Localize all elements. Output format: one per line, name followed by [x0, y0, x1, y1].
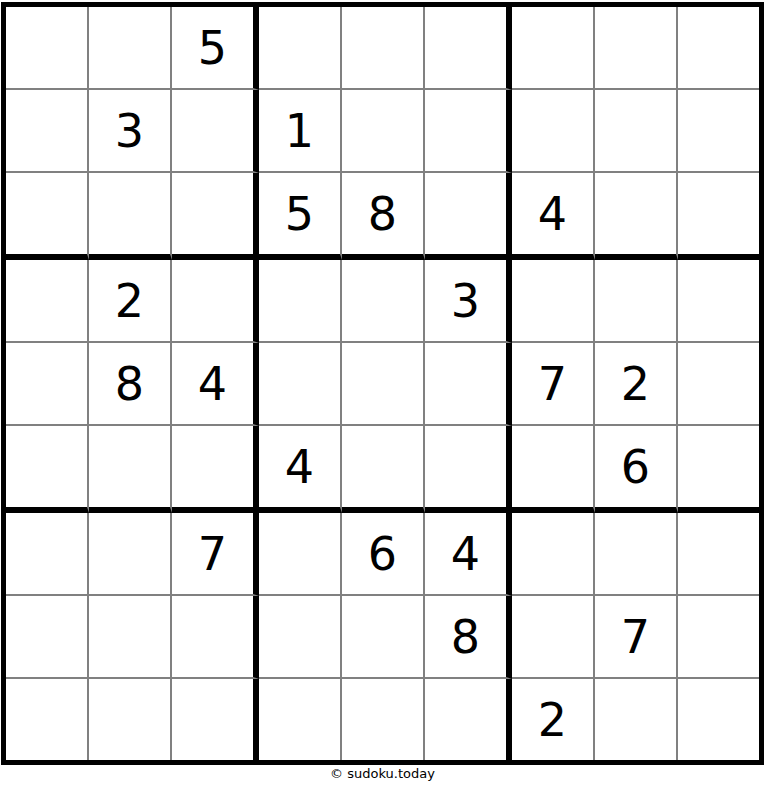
- cell-r1c8[interactable]: [595, 7, 678, 90]
- cell-r8c7[interactable]: [512, 596, 595, 679]
- cell-r7c6[interactable]: 4: [425, 513, 512, 596]
- cell-r6c9[interactable]: [678, 426, 759, 513]
- cell-r5c9[interactable]: [678, 343, 759, 426]
- cell-r1c9[interactable]: [678, 7, 759, 90]
- cell-r4c8[interactable]: [595, 260, 678, 343]
- cell-r2c1[interactable]: [6, 90, 89, 173]
- cell-r9c1[interactable]: [6, 679, 89, 760]
- cell-r1c6[interactable]: [425, 7, 512, 90]
- cell-r3c5[interactable]: 8: [342, 173, 425, 260]
- cell-r7c5[interactable]: 6: [342, 513, 425, 596]
- cell-r2c3[interactable]: [172, 90, 259, 173]
- cell-r9c7[interactable]: 2: [512, 679, 595, 760]
- cell-r2c9[interactable]: [678, 90, 759, 173]
- cell-r7c7[interactable]: [512, 513, 595, 596]
- cell-r6c6[interactable]: [425, 426, 512, 513]
- cell-r8c6[interactable]: 8: [425, 596, 512, 679]
- cell-r4c2[interactable]: 2: [89, 260, 172, 343]
- cell-r7c4[interactable]: [259, 513, 342, 596]
- cell-r6c4[interactable]: 4: [259, 426, 342, 513]
- cell-r3c3[interactable]: [172, 173, 259, 260]
- copyright-text: © sudoku.today: [330, 766, 435, 781]
- cell-r4c5[interactable]: [342, 260, 425, 343]
- cell-r8c4[interactable]: [259, 596, 342, 679]
- cell-r2c2[interactable]: 3: [89, 90, 172, 173]
- cell-r7c9[interactable]: [678, 513, 759, 596]
- cell-r5c8[interactable]: 2: [595, 343, 678, 426]
- cell-r8c3[interactable]: [172, 596, 259, 679]
- cell-r1c7[interactable]: [512, 7, 595, 90]
- credit-footer: © sudoku.today: [0, 766, 765, 781]
- cell-r9c9[interactable]: [678, 679, 759, 760]
- cell-r3c1[interactable]: [6, 173, 89, 260]
- cell-r7c2[interactable]: [89, 513, 172, 596]
- cell-r4c6[interactable]: 3: [425, 260, 512, 343]
- cell-r3c6[interactable]: [425, 173, 512, 260]
- cell-r9c2[interactable]: [89, 679, 172, 760]
- cell-r5c1[interactable]: [6, 343, 89, 426]
- cell-r7c8[interactable]: [595, 513, 678, 596]
- cell-r1c5[interactable]: [342, 7, 425, 90]
- cell-r1c2[interactable]: [89, 7, 172, 90]
- cell-r3c9[interactable]: [678, 173, 759, 260]
- cell-r5c4[interactable]: [259, 343, 342, 426]
- cell-r8c9[interactable]: [678, 596, 759, 679]
- cell-r9c4[interactable]: [259, 679, 342, 760]
- cell-r3c2[interactable]: [89, 173, 172, 260]
- cell-r8c8[interactable]: 7: [595, 596, 678, 679]
- cell-r5c5[interactable]: [342, 343, 425, 426]
- cell-r1c3[interactable]: 5: [172, 7, 259, 90]
- cell-r3c7[interactable]: 4: [512, 173, 595, 260]
- cell-r6c8[interactable]: 6: [595, 426, 678, 513]
- cell-r6c7[interactable]: [512, 426, 595, 513]
- cell-r7c1[interactable]: [6, 513, 89, 596]
- cell-r9c3[interactable]: [172, 679, 259, 760]
- cell-r5c3[interactable]: 4: [172, 343, 259, 426]
- cell-r8c5[interactable]: [342, 596, 425, 679]
- cell-r3c4[interactable]: 5: [259, 173, 342, 260]
- cell-r9c6[interactable]: [425, 679, 512, 760]
- cell-r1c4[interactable]: [259, 7, 342, 90]
- cell-r4c3[interactable]: [172, 260, 259, 343]
- cell-r3c8[interactable]: [595, 173, 678, 260]
- cell-r4c4[interactable]: [259, 260, 342, 343]
- cell-r8c2[interactable]: [89, 596, 172, 679]
- cell-r2c5[interactable]: [342, 90, 425, 173]
- cell-r8c1[interactable]: [6, 596, 89, 679]
- cell-r6c5[interactable]: [342, 426, 425, 513]
- cell-r4c9[interactable]: [678, 260, 759, 343]
- cell-r5c6[interactable]: [425, 343, 512, 426]
- cell-r6c2[interactable]: [89, 426, 172, 513]
- cell-r6c3[interactable]: [172, 426, 259, 513]
- cell-r2c4[interactable]: 1: [259, 90, 342, 173]
- cell-r2c6[interactable]: [425, 90, 512, 173]
- cell-r5c7[interactable]: 7: [512, 343, 595, 426]
- cell-r1c1[interactable]: [6, 7, 89, 90]
- sudoku-page: 53158423847246764872 © sudoku.today: [0, 0, 765, 785]
- cell-r7c3[interactable]: 7: [172, 513, 259, 596]
- cell-r5c2[interactable]: 8: [89, 343, 172, 426]
- cell-r9c8[interactable]: [595, 679, 678, 760]
- sudoku-board: 53158423847246764872: [1, 2, 764, 765]
- cell-r4c7[interactable]: [512, 260, 595, 343]
- cell-r9c5[interactable]: [342, 679, 425, 760]
- cell-r2c8[interactable]: [595, 90, 678, 173]
- cell-r4c1[interactable]: [6, 260, 89, 343]
- cell-r6c1[interactable]: [6, 426, 89, 513]
- cell-r2c7[interactable]: [512, 90, 595, 173]
